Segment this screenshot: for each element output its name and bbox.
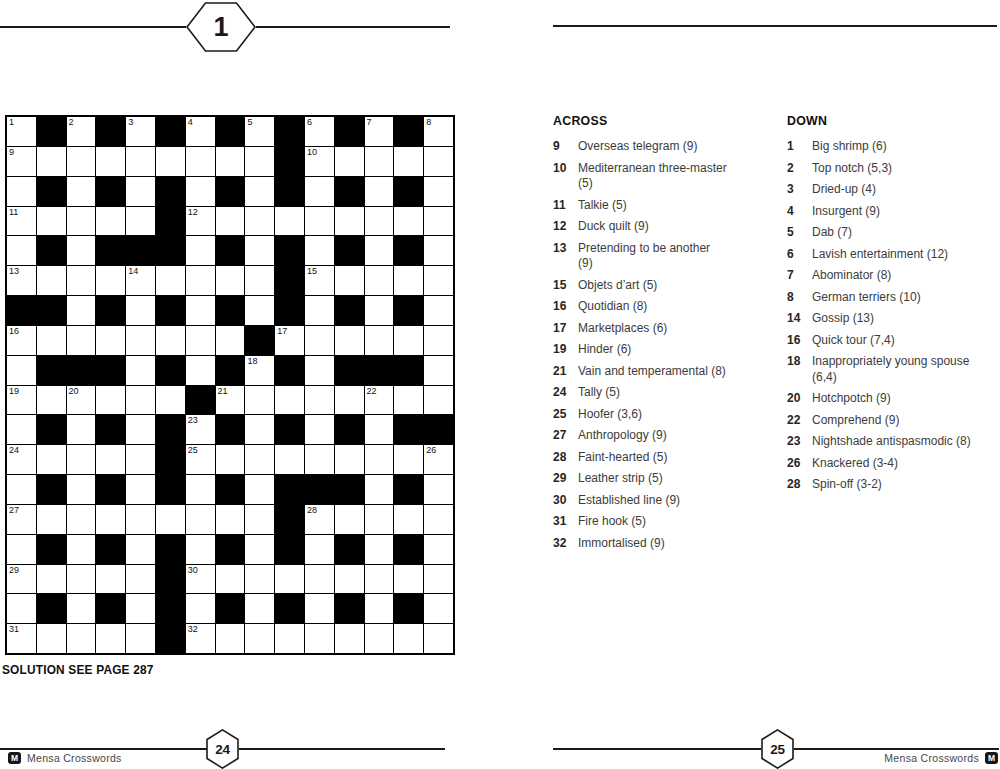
clue-number: 22	[787, 413, 812, 429]
grid-cell-r2c4	[96, 147, 125, 176]
down-clue-2: 2Top notch (5,3)	[787, 161, 999, 177]
down-clue-28: 28Spin-off (3-2)	[787, 477, 999, 493]
grid-cell-r1c9: 5	[245, 117, 274, 146]
cell-number: 8	[426, 117, 431, 128]
grid-cell-r16c2	[37, 565, 66, 594]
grid-cell-r6c5: 14	[126, 266, 155, 295]
grid-cell-r8c5	[126, 326, 155, 355]
grid-cell-r13c13	[365, 475, 394, 504]
grid-cell-r13c14	[394, 475, 423, 504]
grid-cell-r5c12	[335, 236, 364, 265]
grid-cell-r9c2	[37, 356, 66, 385]
cell-number: 2	[69, 117, 74, 128]
grid-cell-r7c2	[37, 296, 66, 325]
grid-cell-r2c7	[186, 147, 215, 176]
clue-text: Abominator (8)	[812, 268, 982, 284]
grid-cell-r6c1: 13	[7, 266, 36, 295]
grid-cell-r1c7: 4	[186, 117, 215, 146]
across-clue-19: 19Hinder (6)	[553, 342, 733, 358]
clue-text: Gossip (13)	[812, 311, 982, 327]
grid-cell-r11c14	[394, 415, 423, 444]
grid-cell-r16c10	[275, 565, 304, 594]
down-clue-22: 22Comprehend (9)	[787, 413, 999, 429]
grid-cell-r17c15	[424, 594, 453, 623]
clue-number: 1	[787, 139, 812, 155]
grid-cell-r1c4	[96, 117, 125, 146]
across-clue-9: 9Overseas telegram (9)	[553, 139, 733, 155]
grid-cell-r17c7	[186, 594, 215, 623]
grid-cell-r7c7	[186, 296, 215, 325]
grid-cell-r16c14	[394, 565, 423, 594]
puzzle-number-badge: 1	[186, 2, 256, 52]
grid-cell-r16c8	[216, 565, 245, 594]
grid-cell-r18c3	[67, 624, 96, 653]
clue-number: 8	[787, 290, 812, 306]
grid-cell-r4c11	[305, 207, 334, 236]
clue-text: Top notch (5,3)	[812, 161, 982, 177]
grid-cell-r2c5	[126, 147, 155, 176]
grid-cell-r17c9	[245, 594, 274, 623]
grid-cell-r2c10	[275, 147, 304, 176]
grid-cell-r9c5	[126, 356, 155, 385]
grid-cell-r6c2	[37, 266, 66, 295]
clue-number: 9	[553, 139, 578, 155]
grid-cell-r16c3	[67, 565, 96, 594]
grid-cell-r8c2	[37, 326, 66, 355]
grid-cell-r10c15	[424, 386, 453, 415]
grid-cell-r4c13	[365, 207, 394, 236]
clue-number: 3	[787, 182, 812, 198]
grid-cell-r11c15	[424, 415, 453, 444]
across-heading: ACROSS	[553, 113, 724, 128]
grid-cell-r4c8	[216, 207, 245, 236]
grid-cell-r7c5	[126, 296, 155, 325]
grid-cell-r7c15	[424, 296, 453, 325]
grid-cell-r14c10	[275, 505, 304, 534]
grid-cell-r18c14	[394, 624, 423, 653]
grid-cell-r12c3	[67, 445, 96, 474]
grid-cell-r3c15	[424, 177, 453, 206]
grid-cell-r18c2	[37, 624, 66, 653]
grid-cell-r17c10	[275, 594, 304, 623]
clue-number: 16	[553, 299, 578, 315]
across-clue-16: 16Quotidian (8)	[553, 299, 733, 315]
grid-cell-r7c6	[156, 296, 185, 325]
across-clue-13: 13Pretending to be another (9)	[553, 241, 733, 272]
clue-number: 24	[553, 385, 578, 401]
clue-number: 5	[787, 225, 812, 241]
grid-cell-r12c6	[156, 445, 185, 474]
grid-cell-r9c15	[424, 356, 453, 385]
grid-cell-r9c13	[365, 356, 394, 385]
grid-cell-r6c8	[216, 266, 245, 295]
clue-text: Faint-hearted (5)	[578, 450, 728, 466]
cell-number: 18	[247, 356, 257, 367]
grid-cell-r16c12	[335, 565, 364, 594]
mensa-logo-icon: M	[8, 752, 21, 764]
cell-number: 11	[9, 207, 18, 218]
grid-cell-r17c1	[7, 594, 36, 623]
grid-cell-r8c3	[67, 326, 96, 355]
cell-number: 25	[188, 445, 198, 456]
grid-cell-r9c14	[394, 356, 423, 385]
clue-number: 27	[553, 428, 578, 444]
grid-cell-r13c8	[216, 475, 245, 504]
grid-cell-r15c12	[335, 535, 364, 564]
down-clue-26: 26Knackered (3-4)	[787, 456, 999, 472]
grid-cell-r15c8	[216, 535, 245, 564]
grid-cell-r17c12	[335, 594, 364, 623]
grid-cell-r8c4	[96, 326, 125, 355]
left-footer-rule-right	[239, 748, 445, 750]
grid-cell-r15c2	[37, 535, 66, 564]
grid-cell-r2c15	[424, 147, 453, 176]
grid-cell-r9c11	[305, 356, 334, 385]
grid-cell-r11c7: 23	[186, 415, 215, 444]
clue-number: 2	[787, 161, 812, 177]
grid-cell-r7c9	[245, 296, 274, 325]
grid-cell-r16c1: 29	[7, 565, 36, 594]
clue-number: 16	[787, 333, 812, 349]
grid-cell-r10c12	[335, 386, 364, 415]
crossword-grid: 1234567891011121314151617181920212223242…	[5, 115, 455, 655]
grid-cell-r14c6	[156, 505, 185, 534]
clue-number: 18	[787, 354, 812, 385]
across-clue-30: 30Established line (9)	[553, 493, 733, 509]
grid-cell-r15c14	[394, 535, 423, 564]
grid-cell-r17c14	[394, 594, 423, 623]
grid-cell-r16c9	[245, 565, 274, 594]
cell-number: 5	[247, 117, 252, 128]
clue-text: Anthropology (9)	[578, 428, 728, 444]
grid-cell-r9c7	[186, 356, 215, 385]
grid-cell-r14c2	[37, 505, 66, 534]
grid-cell-r10c5	[126, 386, 155, 415]
grid-cell-r6c9	[245, 266, 274, 295]
across-clue-24: 24Tally (5)	[553, 385, 733, 401]
grid-cell-r5c9	[245, 236, 274, 265]
clue-text: Overseas telegram (9)	[578, 139, 728, 155]
grid-cell-r4c7: 12	[186, 207, 215, 236]
left-header-rule-left	[0, 26, 186, 28]
grid-cell-r12c11	[305, 445, 334, 474]
grid-cell-r6c15	[424, 266, 453, 295]
grid-cell-r3c2	[37, 177, 66, 206]
grid-cell-r10c9	[245, 386, 274, 415]
clue-text: Lavish entertainment (12)	[812, 247, 982, 263]
grid-cell-r6c13	[365, 266, 394, 295]
grid-cell-r3c10	[275, 177, 304, 206]
page-number-badge-left: 24	[206, 729, 239, 769]
grid-cell-r4c12	[335, 207, 364, 236]
clue-number: 25	[553, 407, 578, 423]
grid-cell-r13c4	[96, 475, 125, 504]
down-heading: DOWN	[787, 113, 988, 128]
grid-cell-r1c5: 3	[126, 117, 155, 146]
grid-cell-r14c8	[216, 505, 245, 534]
down-clue-16: 16Quick tour (7,4)	[787, 333, 999, 349]
grid-cell-r3c7	[186, 177, 215, 206]
down-clue-4: 4Insurgent (9)	[787, 204, 999, 220]
grid-cell-r17c4	[96, 594, 125, 623]
grid-cell-r13c10	[275, 475, 304, 504]
grid-cell-r14c12	[335, 505, 364, 534]
grid-cell-r10c8: 21	[216, 386, 245, 415]
grid-cell-r15c3	[67, 535, 96, 564]
grid-cell-r2c11: 10	[305, 147, 334, 176]
grid-cell-r8c1: 16	[7, 326, 36, 355]
grid-cell-r11c2	[37, 415, 66, 444]
grid-cell-r2c3	[67, 147, 96, 176]
across-clue-29: 29Leather strip (5)	[553, 471, 733, 487]
clue-text: Immortalised (9)	[578, 536, 728, 552]
clue-text: Hinder (6)	[578, 342, 728, 358]
grid-cell-r6c7	[186, 266, 215, 295]
grid-cell-r5c4	[96, 236, 125, 265]
clue-number: 7	[787, 268, 812, 284]
cell-number: 14	[128, 266, 138, 277]
grid-cell-r9c12	[335, 356, 364, 385]
cell-number: 17	[277, 326, 287, 337]
clue-text: Talkie (5)	[578, 198, 728, 214]
page-number-left: 24	[206, 729, 239, 769]
grid-cell-r2c6	[156, 147, 185, 176]
cell-number: 22	[367, 386, 377, 397]
clue-number: 26	[787, 456, 812, 472]
cell-number: 13	[9, 266, 19, 277]
grid-cell-r18c12	[335, 624, 364, 653]
cell-number: 10	[307, 147, 317, 158]
grid-cell-r10c10	[275, 386, 304, 415]
grid-cell-r13c12	[335, 475, 364, 504]
clue-number: 20	[787, 391, 812, 407]
cell-number: 21	[218, 386, 228, 397]
grid-cell-r15c15	[424, 535, 453, 564]
page-number-badge-right: 25	[761, 729, 794, 769]
grid-cell-r8c13	[365, 326, 394, 355]
grid-cell-r16c11	[305, 565, 334, 594]
clue-text: Duck quilt (9)	[578, 219, 728, 235]
clue-text: Leather strip (5)	[578, 471, 728, 487]
grid-cell-r6c11: 15	[305, 266, 334, 295]
grid-cell-r15c10	[275, 535, 304, 564]
down-clue-14: 14Gossip (13)	[787, 311, 999, 327]
brand-label-left: Mensa Crosswords	[27, 752, 122, 764]
grid-cell-r13c7	[186, 475, 215, 504]
grid-cell-r1c12	[335, 117, 364, 146]
clue-text: Quotidian (8)	[578, 299, 728, 315]
grid-cell-r5c8	[216, 236, 245, 265]
grid-cell-r16c6	[156, 565, 185, 594]
grid-cell-r7c3	[67, 296, 96, 325]
grid-cell-r17c6	[156, 594, 185, 623]
grid-cell-r7c10	[275, 296, 304, 325]
grid-cell-r17c5	[126, 594, 155, 623]
clue-text: Hotchpotch (9)	[812, 391, 982, 407]
grid-cell-r3c3	[67, 177, 96, 206]
grid-cell-r11c3	[67, 415, 96, 444]
grid-cell-r11c10	[275, 415, 304, 444]
grid-cell-r7c12	[335, 296, 364, 325]
brand-left: M Mensa Crosswords	[8, 752, 122, 764]
grid-cell-r5c15	[424, 236, 453, 265]
grid-cell-r14c11: 28	[305, 505, 334, 534]
grid-cell-r11c12	[335, 415, 364, 444]
grid-cell-r13c15	[424, 475, 453, 504]
grid-cell-r12c7: 25	[186, 445, 215, 474]
clue-number: 28	[787, 477, 812, 493]
right-header-rule	[553, 25, 997, 27]
grid-cell-r14c7	[186, 505, 215, 534]
grid-cell-r4c14	[394, 207, 423, 236]
brand-label-right: Mensa Crosswords	[884, 752, 979, 764]
grid-cell-r12c10	[275, 445, 304, 474]
grid-cell-r5c5	[126, 236, 155, 265]
brand-right: Mensa Crosswords M	[884, 752, 998, 764]
clue-number: 14	[787, 311, 812, 327]
clue-number: 4	[787, 204, 812, 220]
grid-cell-r12c14	[394, 445, 423, 474]
grid-cell-r15c6	[156, 535, 185, 564]
grid-cell-r11c6	[156, 415, 185, 444]
grid-cell-r5c1	[7, 236, 36, 265]
cell-number: 26	[426, 445, 436, 456]
grid-cell-r14c3	[67, 505, 96, 534]
grid-cell-r14c5	[126, 505, 155, 534]
clue-text: Tally (5)	[578, 385, 728, 401]
grid-cell-r4c6	[156, 207, 185, 236]
grid-cell-r1c1: 1	[7, 117, 36, 146]
grid-cell-r17c2	[37, 594, 66, 623]
grid-cell-r9c9: 18	[245, 356, 274, 385]
grid-cell-r16c15	[424, 565, 453, 594]
grid-cell-r18c1: 31	[7, 624, 36, 653]
grid-cell-r17c8	[216, 594, 245, 623]
clue-text: Vain and temperamental (8)	[578, 364, 728, 380]
grid-cell-r10c11	[305, 386, 334, 415]
grid-cell-r13c11	[305, 475, 334, 504]
across-clue-10: 10Mediterranean three-master (5)	[553, 161, 733, 192]
grid-cell-r8c10: 17	[275, 326, 304, 355]
grid-cell-r10c1: 19	[7, 386, 36, 415]
grid-cell-r1c10	[275, 117, 304, 146]
grid-cell-r11c8	[216, 415, 245, 444]
grid-cell-r18c9	[245, 624, 274, 653]
grid-cell-r16c13	[365, 565, 394, 594]
clue-text: Dab (7)	[812, 225, 982, 241]
grid-cell-r14c14	[394, 505, 423, 534]
down-clue-18: 18Inappropriately young spouse (6,4)	[787, 354, 999, 385]
grid-cell-r8c15	[424, 326, 453, 355]
cell-number: 16	[9, 326, 19, 337]
clue-text: Pretending to be another (9)	[578, 241, 728, 272]
cell-number: 23	[188, 415, 198, 426]
grid-cell-r11c13	[365, 415, 394, 444]
grid-cell-r18c4	[96, 624, 125, 653]
clue-number: 19	[553, 342, 578, 358]
grid-cell-r5c2	[37, 236, 66, 265]
across-clue-28: 28Faint-hearted (5)	[553, 450, 733, 466]
across-clue-32: 32Immortalised (9)	[553, 536, 733, 552]
grid-cell-r10c6	[156, 386, 185, 415]
cell-number: 19	[9, 386, 19, 397]
grid-cell-r16c5	[126, 565, 155, 594]
grid-cell-r17c13	[365, 594, 394, 623]
grid-cell-r8c9	[245, 326, 274, 355]
right-footer-rule-left	[553, 748, 761, 750]
grid-cell-r3c12	[335, 177, 364, 206]
grid-cell-r2c1: 9	[7, 147, 36, 176]
cell-number: 1	[9, 117, 14, 128]
grid-cell-r15c9	[245, 535, 274, 564]
grid-cell-r11c4	[96, 415, 125, 444]
cell-number: 29	[9, 565, 19, 576]
cell-number: 12	[188, 207, 198, 218]
grid-cell-r11c5	[126, 415, 155, 444]
clue-number: 31	[553, 514, 578, 530]
grid-cell-r5c7	[186, 236, 215, 265]
clue-text: Insurgent (9)	[812, 204, 982, 220]
clue-number: 12	[553, 219, 578, 235]
cell-number: 15	[307, 266, 317, 277]
clue-number: 29	[553, 471, 578, 487]
grid-cell-r14c13	[365, 505, 394, 534]
grid-cell-r10c3: 20	[67, 386, 96, 415]
grid-cell-r18c13	[365, 624, 394, 653]
grid-cell-r6c12	[335, 266, 364, 295]
grid-cell-r4c4	[96, 207, 125, 236]
down-clue-6: 6Lavish entertainment (12)	[787, 247, 999, 263]
grid-cell-r2c8	[216, 147, 245, 176]
grid-cell-r8c7	[186, 326, 215, 355]
clue-text: Spin-off (3-2)	[812, 477, 982, 493]
grid-cell-r13c3	[67, 475, 96, 504]
grid-cell-r18c10	[275, 624, 304, 653]
grid-cell-r9c1	[7, 356, 36, 385]
grid-cell-r7c4	[96, 296, 125, 325]
cell-number: 28	[307, 505, 317, 516]
grid-cell-r3c6	[156, 177, 185, 206]
clue-number: 15	[553, 278, 578, 294]
grid-cell-r14c4	[96, 505, 125, 534]
grid-cell-r14c15	[424, 505, 453, 534]
clue-number: 30	[553, 493, 578, 509]
grid-cell-r8c14	[394, 326, 423, 355]
cell-number: 6	[307, 117, 312, 128]
grid-cell-r4c3	[67, 207, 96, 236]
grid-cell-r6c6	[156, 266, 185, 295]
grid-cell-r15c7	[186, 535, 215, 564]
grid-cell-r9c8	[216, 356, 245, 385]
grid-cell-r5c13	[365, 236, 394, 265]
grid-cell-r12c9	[245, 445, 274, 474]
cell-number: 31	[9, 624, 19, 635]
grid-cell-r15c4	[96, 535, 125, 564]
cell-number: 7	[367, 117, 372, 128]
solution-note: SOLUTION SEE PAGE 287	[2, 663, 154, 677]
down-clue-20: 20Hotchpotch (9)	[787, 391, 999, 407]
grid-cell-r9c6	[156, 356, 185, 385]
clue-number: 32	[553, 536, 578, 552]
across-clue-31: 31Fire hook (5)	[553, 514, 733, 530]
grid-cell-r3c4	[96, 177, 125, 206]
grid-cell-r4c9	[245, 207, 274, 236]
grid-cell-r16c7: 30	[186, 565, 215, 594]
grid-cell-r3c8	[216, 177, 245, 206]
puzzle-number: 1	[186, 2, 256, 52]
grid-cell-r5c10	[275, 236, 304, 265]
clue-text: Hoofer (3,6)	[578, 407, 728, 423]
